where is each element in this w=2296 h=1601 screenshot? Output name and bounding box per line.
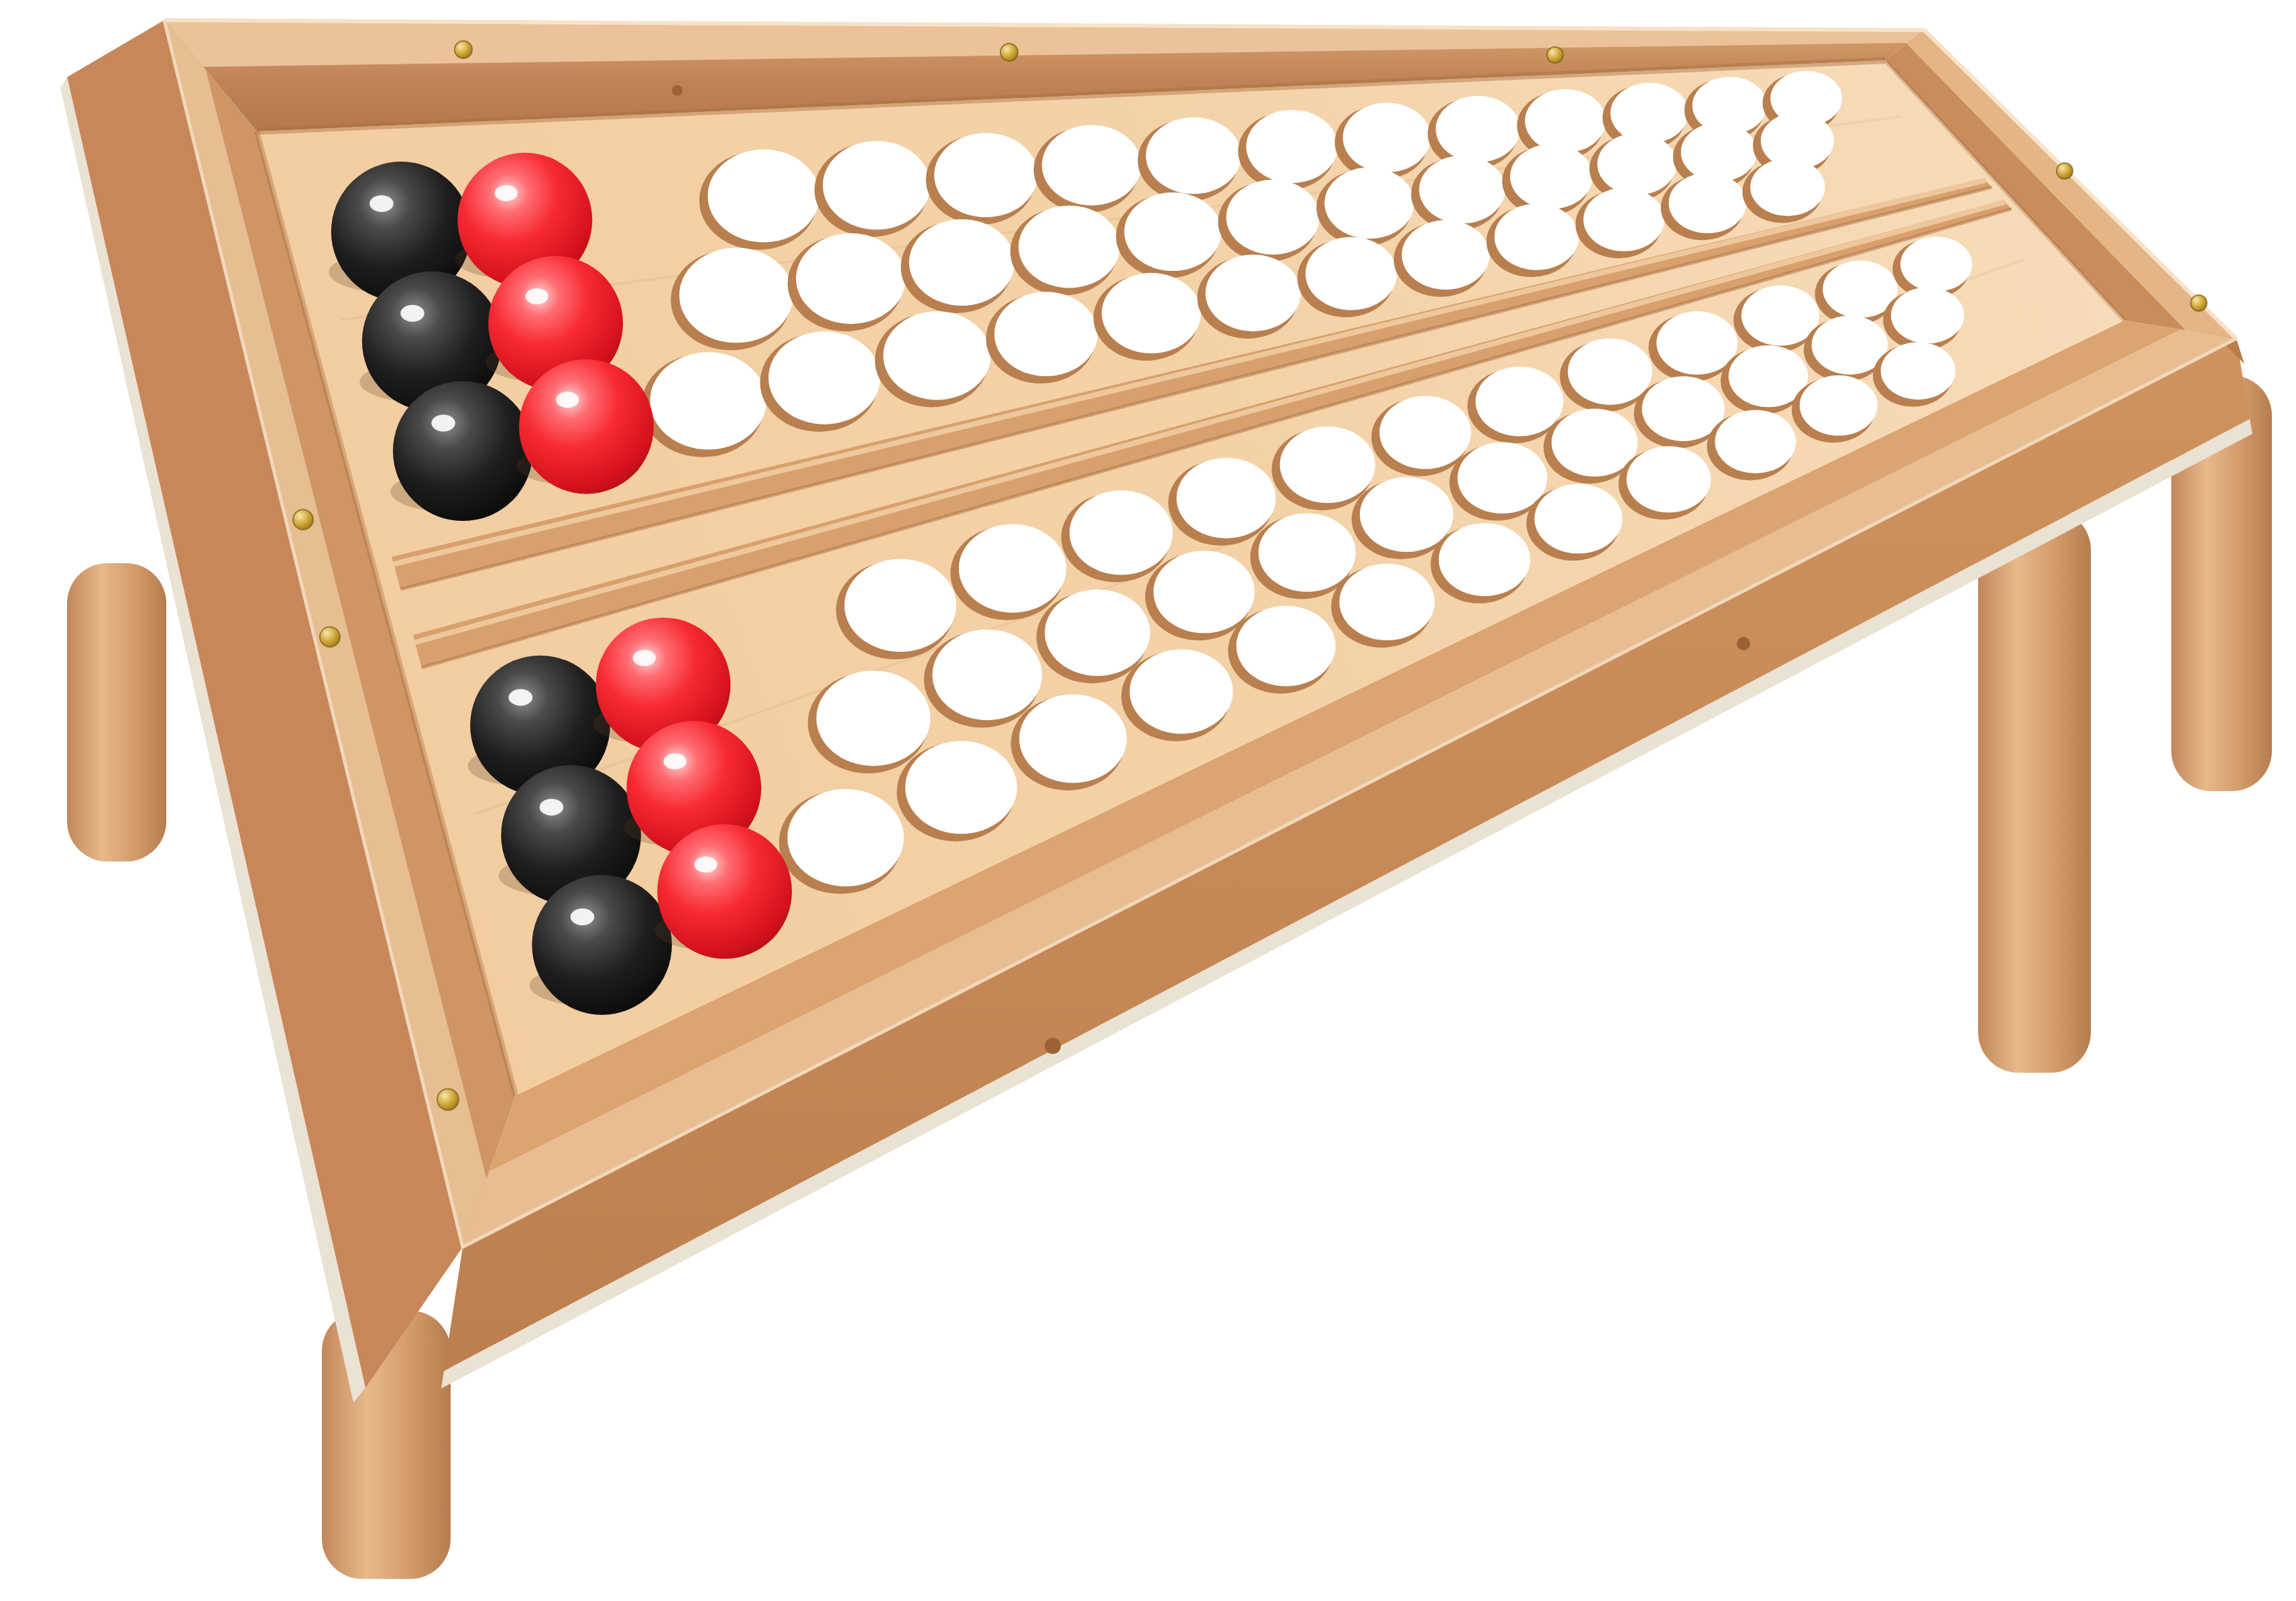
brass-screw-1 [455,41,472,58]
dowel-end-hole-2 [1045,1038,1061,1054]
leg-front-right [1978,510,2091,1073]
dowel-end-hole-1 [672,85,683,96]
product-photo-scene [0,0,2296,1601]
brass-screw-3 [1547,47,1563,63]
ball-table-svg [0,0,2296,1601]
brass-screw-5 [2191,295,2207,311]
brass-screw-6 [293,510,313,530]
brass-screw-8 [437,1089,459,1110]
dowel-end-hole-3 [1737,637,1750,650]
leg-rear-left [67,563,166,862]
brass-screw-2 [1000,44,1018,61]
brass-screw-7 [320,627,340,647]
brass-screw-4 [2057,163,2073,179]
